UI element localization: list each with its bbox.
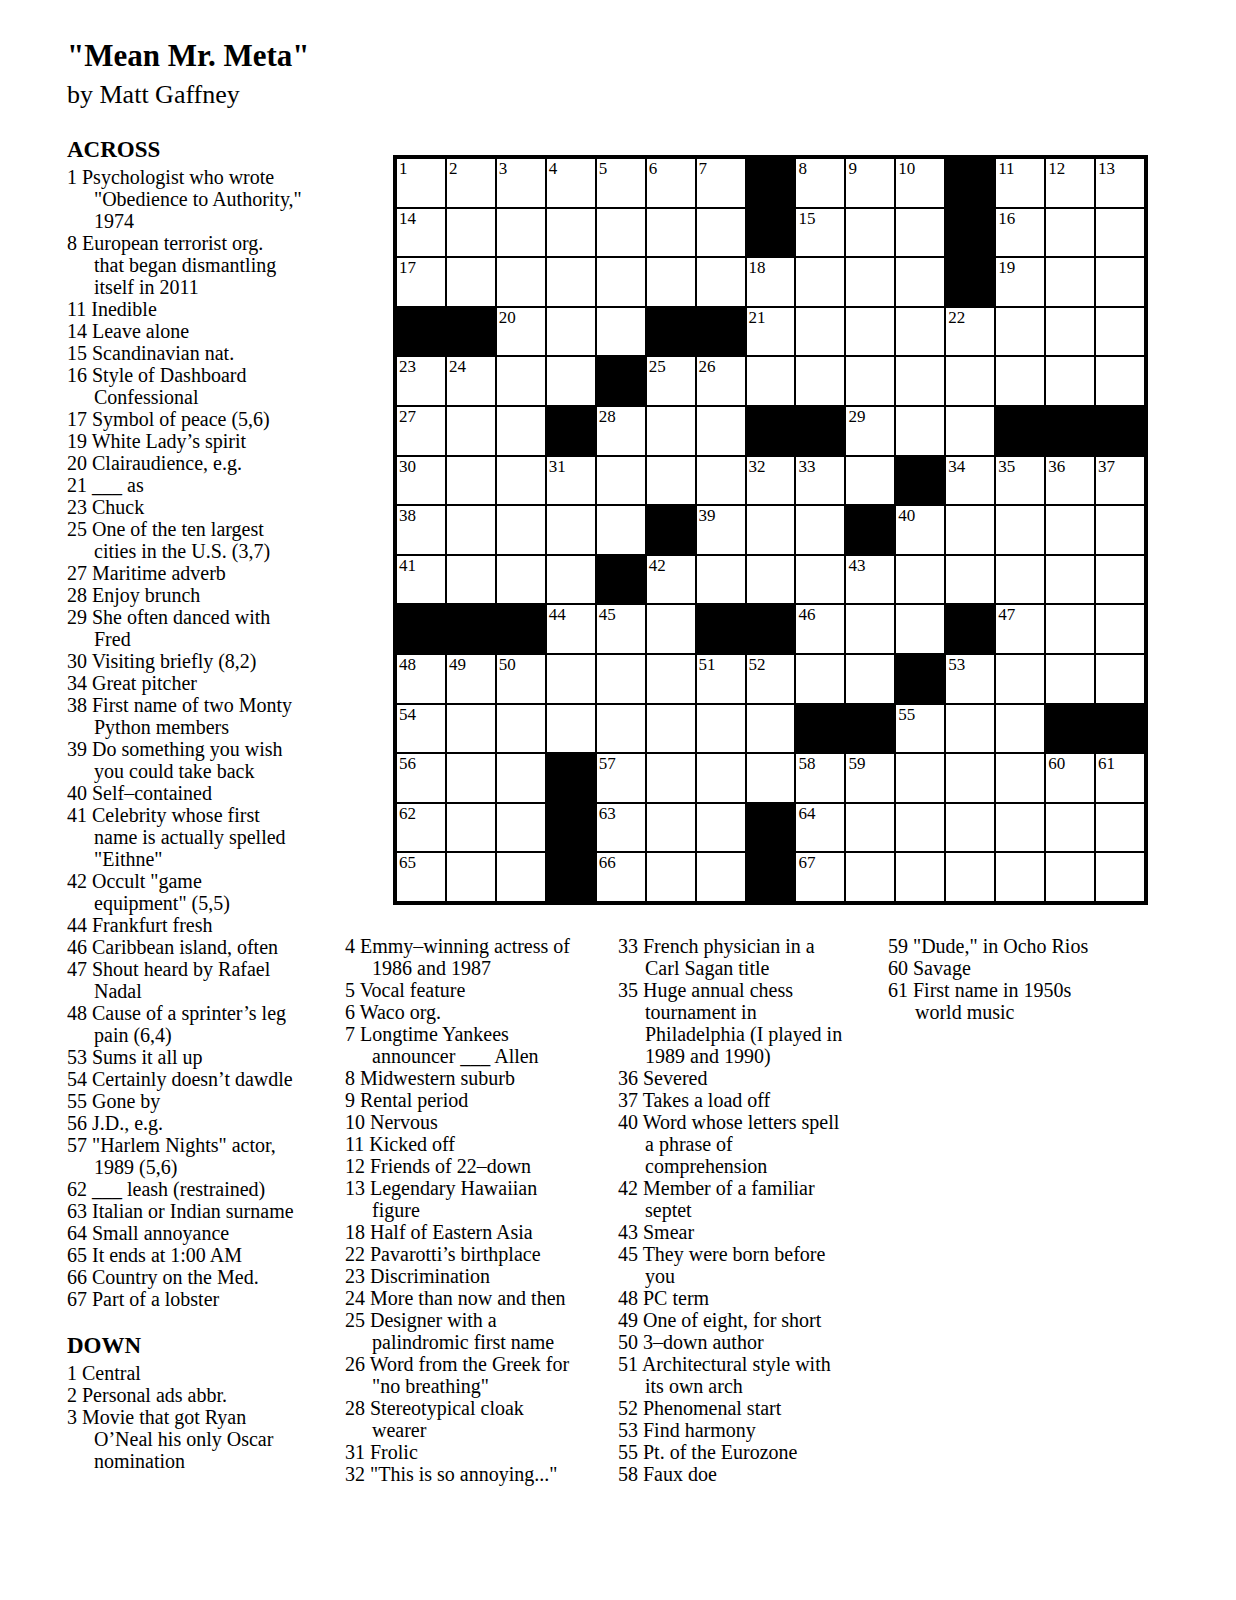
grid-cell [546,555,596,605]
grid-cell-black [746,604,796,654]
clue-number: 56 [67,1112,87,1134]
down-clue-33: 33 French physician in a Carl Sagan titl… [618,935,886,979]
cell-number: 26 [699,358,716,376]
grid-cell [1045,654,1095,704]
grid-cell: 65 [396,852,446,902]
down-clue-55: 55 Pt. of the Eurozone [618,1441,886,1463]
clue-number: 19 [67,430,87,452]
cell-number: 21 [749,309,766,327]
clue-number: 9 [345,1089,355,1111]
across-clue-42: 42 Occult "game equipment" (5,5) [67,870,349,914]
clue-text: Find harmony [638,1419,756,1441]
clue-text: Cause of a sprinter’s leg pain (6,4) [87,1002,286,1046]
clue-number: 5 [345,979,355,1001]
across-clue-66: 66 Country on the Med. [67,1266,349,1288]
grid-cell-black [795,406,845,456]
down-clue-60: 60 Savage [888,957,1188,979]
grid-cell [446,257,496,307]
grid-cell: 67 [795,852,845,902]
cell-number: 47 [998,606,1015,624]
grid-cell: 6 [646,158,696,208]
grid-cell: 31 [546,456,596,506]
cell-number: 36 [1048,458,1065,476]
clue-text: Part of a lobster [87,1288,219,1310]
cell-number: 62 [399,805,416,823]
across-clue-65: 65 It ends at 1:00 AM [67,1244,349,1266]
down-clue-12: 12 Friends of 22–down [345,1155,613,1177]
grid-cell [496,505,546,555]
clue-text: Kicked off [364,1133,455,1155]
grid-cell: 29 [845,406,895,456]
grid-cell [596,704,646,754]
grid-cell [696,852,746,902]
grid-cell [596,505,646,555]
clue-number: 7 [345,1023,355,1045]
cell-number: 57 [599,755,616,773]
clue-number: 33 [618,935,638,957]
clue-text: Vocal feature [355,979,465,1001]
grid-cell [995,555,1045,605]
clue-number: 66 [67,1266,87,1288]
clue-number: 45 [618,1243,638,1265]
clue-number: 47 [67,958,87,980]
clue-number: 57 [67,1134,87,1156]
grid-cell [546,356,596,406]
cell-number: 51 [699,656,716,674]
across-clue-20: 20 Clairaudience, e.g. [67,452,349,474]
cell-number: 65 [399,854,416,872]
clue-text: Severed [638,1067,707,1089]
cell-number: 55 [898,706,915,724]
down-clue-32: 32 "This is so annoying..." [345,1463,613,1485]
clue-number: 25 [67,518,87,540]
clue-number: 1 [67,1362,77,1384]
grid-cell: 27 [396,406,446,456]
down-clue-4: 4 Emmy–winning actress of 1986 and 1987 [345,935,613,979]
clue-number: 31 [345,1441,365,1463]
cell-number: 9 [848,160,857,178]
clue-number: 8 [345,1067,355,1089]
clue-number: 13 [345,1177,365,1199]
down-clue-36: 36 Severed [618,1067,886,1089]
clue-text: Frankfurt fresh [87,914,213,936]
clue-number: 64 [67,1222,87,1244]
grid-cell: 52 [746,654,796,704]
grid-cell: 38 [396,505,446,555]
clue-number: 4 [345,935,355,957]
across-clue-8: 8 European terrorist org. that began dis… [67,232,349,298]
grid-cell: 16 [995,208,1045,258]
cell-number: 29 [848,408,865,426]
clue-number: 53 [67,1046,87,1068]
clue-text: Savage [908,957,971,979]
down-clue-53: 53 Find harmony [618,1419,886,1441]
clue-text: "Harlem Nights" actor, 1989 (5,6) [87,1134,276,1178]
clue-text: Gone by [87,1090,160,1112]
cell-number: 37 [1098,458,1115,476]
across-clue-57: 57 "Harlem Nights" actor, 1989 (5,6) [67,1134,349,1178]
across-header: ACROSS [67,136,349,164]
grid-cell [1095,257,1145,307]
grid-cell-black [845,704,895,754]
cell-number: 66 [599,854,616,872]
clue-text: Chuck [87,496,144,518]
clue-text: ___ as [87,474,144,496]
across-clue-47: 47 Shout heard by Rafael Nadal [67,958,349,1002]
grid-cell [845,803,895,853]
cell-number: 15 [798,210,815,228]
clue-number: 27 [67,562,87,584]
cell-number: 43 [848,557,865,575]
clue-text: First name of two Monty Python members [87,694,292,738]
clue-number: 11 [345,1133,364,1155]
grid-cell: 15 [795,208,845,258]
grid-cell [1045,604,1095,654]
grid-cell: 58 [795,753,845,803]
cell-number: 27 [399,408,416,426]
clue-text: Nervous [365,1111,438,1133]
down-clue-31: 31 Frolic [345,1441,613,1463]
grid-cell [746,753,796,803]
grid-cell [1095,604,1145,654]
grid-cell: 17 [396,257,446,307]
clue-number: 55 [67,1090,87,1112]
clue-number: 16 [67,364,87,386]
clue-number: 44 [67,914,87,936]
grid-cell [795,654,845,704]
grid-cell [795,555,845,605]
clue-text: Inedible [86,298,157,320]
cell-number: 34 [948,458,965,476]
grid-cell [546,307,596,357]
down-clue-58: 58 Faux doe [618,1463,886,1485]
grid-cell-black [546,852,596,902]
down-clue-59: 59 "Dude," in Ocho Rios [888,935,1188,957]
grid-cell [1095,505,1145,555]
clue-text: Central [77,1362,141,1384]
grid-cell [446,753,496,803]
grid-cell-black [945,604,995,654]
clue-number: 28 [345,1397,365,1419]
grid-cell: 20 [496,307,546,357]
grid-cell: 22 [945,307,995,357]
cell-number: 54 [399,706,416,724]
grid-cell: 66 [596,852,646,902]
down-clue-50: 50 3–down author [618,1331,886,1353]
grid-cell: 5 [596,158,646,208]
cell-number: 64 [798,805,815,823]
down-clue-28: 28 Stereotypical cloak wearer [345,1397,613,1441]
grid-cell [1045,505,1095,555]
grid-cell: 39 [696,505,746,555]
grid-cell [646,257,696,307]
grid-cell [895,604,945,654]
clue-number: 67 [67,1288,87,1310]
grid-cell [895,208,945,258]
down-clue-22: 22 Pavarotti’s birthplace [345,1243,613,1265]
grid-cell: 53 [945,654,995,704]
cell-number: 7 [699,160,708,178]
clue-text: Caribbean island, often [87,936,278,958]
clue-text: Pavarotti’s birthplace [365,1243,541,1265]
across-clue-11: 11 Inedible [67,298,349,320]
clue-text: ___ leash (restrained) [87,1178,265,1200]
grid-cell-black [646,505,696,555]
clue-text: Designer with a palindromic first name [365,1309,554,1353]
cell-number: 3 [499,160,508,178]
cell-number: 53 [948,656,965,674]
grid-cell [446,456,496,506]
grid-cell [596,307,646,357]
grid-cell-black [945,257,995,307]
grid-cell [496,704,546,754]
grid-cell [646,654,696,704]
down-clue-45: 45 They were born before you [618,1243,886,1287]
grid-cell [446,803,496,853]
grid-cell: 57 [596,753,646,803]
clue-text: Visiting briefly (8,2) [87,650,257,672]
grid-cell: 28 [596,406,646,456]
grid-cell-black [396,307,446,357]
grid-cell [646,852,696,902]
clue-number: 32 [345,1463,365,1485]
grid-cell: 34 [945,456,995,506]
cell-number: 23 [399,358,416,376]
cell-number: 12 [1048,160,1065,178]
grid-cell [546,654,596,704]
grid-cell: 48 [396,654,446,704]
clue-text: Do something you wish you could take bac… [87,738,283,782]
grid-cell [696,208,746,258]
grid-cell [945,803,995,853]
clue-text: Country on the Med. [87,1266,259,1288]
clue-text: Waco org. [355,1001,441,1023]
clue-number: 21 [67,474,87,496]
across-clue-27: 27 Maritime adverb [67,562,349,584]
grid-cell [1095,307,1145,357]
grid-cell: 23 [396,356,446,406]
clue-number: 8 [67,232,77,254]
crossword-grid: 1234567891011121314151617181920212223242… [393,155,1148,905]
grid-cell: 3 [496,158,546,208]
clue-number: 36 [618,1067,638,1089]
clue-number: 37 [618,1089,638,1111]
across-clue-48: 48 Cause of a sprinter’s leg pain (6,4) [67,1002,349,1046]
clue-text: Leave alone [87,320,189,342]
grid-cell [696,803,746,853]
cell-number: 17 [399,259,416,277]
clue-text: Word whose letters spell a phrase of com… [638,1111,839,1177]
grid-cell: 8 [795,158,845,208]
grid-cell-black [546,803,596,853]
across-clue-62: 62 ___ leash (restrained) [67,1178,349,1200]
grid-cell: 44 [546,604,596,654]
grid-cell [995,803,1045,853]
clue-text: First name in 1950s world music [908,979,1071,1023]
cell-number: 18 [749,259,766,277]
grid-cell: 24 [446,356,496,406]
cell-number: 31 [549,458,566,476]
down-clue-61: 61 First name in 1950s world music [888,979,1188,1023]
grid-cell: 45 [596,604,646,654]
across-clue-list: 1 Psychologist who wrote "Obedience to A… [67,166,349,1310]
clue-text: Psychologist who wrote "Obedience to Aut… [77,166,302,232]
clue-text: Pt. of the Eurozone [638,1441,797,1463]
cell-number: 41 [399,557,416,575]
clue-number: 55 [618,1441,638,1463]
clue-text: They were born before you [638,1243,825,1287]
cell-number: 25 [649,358,666,376]
grid-cell-black [1045,406,1095,456]
down-clue-list-2: 4 Emmy–winning actress of 1986 and 19875… [345,935,613,1485]
down-clue-10: 10 Nervous [345,1111,613,1133]
cell-number: 42 [649,557,666,575]
grid-cell: 33 [795,456,845,506]
grid-cell [995,852,1045,902]
down-clue-37: 37 Takes a load off [618,1089,886,1111]
grid-cell-black [895,654,945,704]
clue-number: 53 [618,1419,638,1441]
grid-cell: 10 [895,158,945,208]
clue-text: Longtime Yankees announcer ___ Allen [355,1023,539,1067]
grid-cell-black [746,803,796,853]
clue-text: One of the ten largest cities in the U.S… [87,518,270,562]
grid-cell: 61 [1095,753,1145,803]
grid-cell: 64 [795,803,845,853]
grid-cell [845,307,895,357]
clue-number: 48 [67,1002,87,1024]
grid-cell: 40 [895,505,945,555]
cell-number: 59 [848,755,865,773]
clue-number: 39 [67,738,87,760]
grid-cell: 12 [1045,158,1095,208]
cell-number: 11 [998,160,1014,178]
grid-cell [696,456,746,506]
grid-cell [895,852,945,902]
grid-cell [546,208,596,258]
down-clue-list-1: 1 Central2 Personal ads abbr.3 Movie tha… [67,1362,349,1472]
cell-number: 6 [649,160,658,178]
grid-cell-black [1045,704,1095,754]
grid-cell-black [646,307,696,357]
across-clue-17: 17 Symbol of peace (5,6) [67,408,349,430]
grid-cell: 13 [1095,158,1145,208]
grid-cell-black [396,604,446,654]
grid-cell [746,505,796,555]
clue-number: 50 [618,1331,638,1353]
grid-cell [696,406,746,456]
grid-cell [696,704,746,754]
down-clue-8: 8 Midwestern suburb [345,1067,613,1089]
clue-number: 51 [618,1353,638,1375]
grid-cell [496,852,546,902]
clue-number: 1 [67,166,77,188]
cell-number: 46 [798,606,815,624]
across-clue-40: 40 Self–contained [67,782,349,804]
grid-cell [945,356,995,406]
clue-text: More than now and then [365,1287,566,1309]
grid-cell [845,456,895,506]
clue-number: 25 [345,1309,365,1331]
across-clue-28: 28 Enjoy brunch [67,584,349,606]
down-clue-35: 35 Huge annual chess tournament in Phila… [618,979,886,1067]
grid-cell [845,208,895,258]
grid-cell [795,505,845,555]
grid-cell [995,505,1045,555]
clue-text: Small annoyance [87,1222,229,1244]
grid-cell [945,704,995,754]
clue-number: 6 [345,1001,355,1023]
clue-text: Occult "game equipment" (5,5) [87,870,230,914]
grid-cell [496,257,546,307]
clue-text: Emmy–winning actress of 1986 and 1987 [355,935,570,979]
cell-number: 44 [549,606,566,624]
clue-text: European terrorist org. that began disma… [77,232,276,298]
cell-number: 35 [998,458,1015,476]
clue-number: 35 [618,979,638,1001]
clue-text: Maritime adverb [87,562,226,584]
clue-text: Scandinavian nat. [87,342,234,364]
clue-text: Huge annual chess tournament in Philadel… [638,979,842,1067]
grid-cell [1095,356,1145,406]
down-clue-40: 40 Word whose letters spell a phrase of … [618,1111,886,1177]
grid-cell [646,456,696,506]
clue-number: 28 [67,584,87,606]
grid-cell-black [995,406,1045,456]
grid-cell-black [746,208,796,258]
down-clue-26: 26 Word from the Greek for "no breathing… [345,1353,613,1397]
across-clue-39: 39 Do something you wish you could take … [67,738,349,782]
clue-number: 18 [345,1221,365,1243]
across-clue-41: 41 Celebrity whose first name is actuall… [67,804,349,870]
grid-cell [895,753,945,803]
grid-cell [446,505,496,555]
grid-cell [596,257,646,307]
grid-cell [546,257,596,307]
clue-text: Style of Dashboard Confessional [87,364,246,408]
grid-cell [596,456,646,506]
grid-cell [496,555,546,605]
grid-cell [496,753,546,803]
grid-cell: 37 [1095,456,1145,506]
grid-cell [746,356,796,406]
grid-cell [1095,555,1145,605]
cell-number: 40 [898,507,915,525]
grid-cell [596,208,646,258]
grid-cell: 49 [446,654,496,704]
cell-number: 52 [749,656,766,674]
down-clue-11: 11 Kicked off [345,1133,613,1155]
grid-cell [696,753,746,803]
down-clue-42: 42 Member of a familiar septet [618,1177,886,1221]
grid-cell [496,803,546,853]
across-clue-15: 15 Scandinavian nat. [67,342,349,364]
down-clue-6: 6 Waco org. [345,1001,613,1023]
grid-cell: 41 [396,555,446,605]
down-clue-5: 5 Vocal feature [345,979,613,1001]
clue-text: Clairaudience, e.g. [87,452,242,474]
cell-number: 14 [399,210,416,228]
clue-text: Legendary Hawaiian figure [365,1177,537,1221]
grid-cell [596,654,646,704]
cell-number: 50 [499,656,516,674]
clue-number: 42 [618,1177,638,1199]
grid-cell [845,604,895,654]
grid-cell [945,852,995,902]
cell-number: 22 [948,309,965,327]
grid-cell [795,257,845,307]
grid-cell [895,356,945,406]
